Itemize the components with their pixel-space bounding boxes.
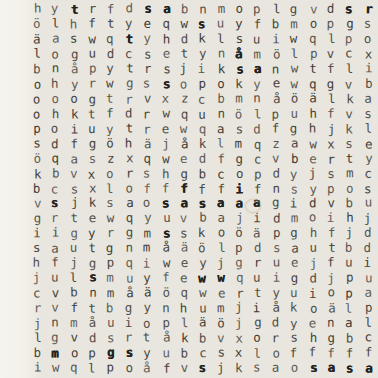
grid-cell: w (102, 212, 120, 227)
grid-cell: u (285, 107, 303, 122)
grid-cell: a (359, 286, 378, 301)
grid-cell: s (230, 32, 249, 47)
grid-cell: g (120, 226, 138, 241)
grid-cell: v (321, 47, 340, 62)
grid-cell: b (266, 17, 285, 32)
grid-cell: s (28, 136, 46, 151)
grid-cell: u (64, 241, 82, 256)
grid-cell: i (28, 360, 47, 375)
grid-cell: d (304, 272, 322, 287)
grid-cell: h (47, 107, 66, 122)
grid-cell: t (120, 61, 139, 76)
grid-cell: a (157, 2, 175, 17)
grid-cell: s (157, 77, 175, 92)
grid-cell: d (119, 106, 138, 121)
grid-cell: o (304, 302, 322, 317)
grid-cell: s (285, 331, 304, 346)
grid-cell: ö (230, 226, 249, 241)
grid-cell: i (65, 122, 84, 137)
grid-cell: g (285, 271, 304, 286)
grid-cell: g (175, 167, 194, 182)
grid-cell: f (321, 256, 339, 271)
grid-cell: t (137, 330, 156, 345)
grid-cell: x (156, 91, 175, 106)
grid-cell: f (65, 301, 83, 316)
grid-cell: t (65, 212, 84, 227)
grid-cell: o (341, 181, 359, 196)
grid-cell: g (266, 196, 284, 211)
grid-cell: o (303, 211, 322, 226)
grid-cell: a (121, 196, 139, 211)
grid-cell: j (322, 122, 341, 137)
grid-cell: w (285, 61, 303, 76)
grid-cell: r (266, 331, 284, 346)
grid-cell: k (193, 226, 211, 241)
grid-cell: q (64, 360, 83, 375)
grid-cell: e (267, 76, 285, 91)
grid-cell: g (83, 136, 101, 151)
grid-cell: y (138, 301, 157, 316)
grid-cell: i (321, 211, 340, 226)
grid-cell: n (194, 3, 212, 18)
grid-cell: s (340, 2, 358, 17)
grid-cell: g (65, 47, 83, 62)
grid-cell: t (120, 32, 139, 47)
grid-cell: b (27, 181, 46, 196)
grid-cell: p (321, 17, 340, 32)
grid-cell: n (321, 316, 339, 331)
grid-cell: s (157, 62, 176, 77)
grid-cell: t (101, 91, 119, 106)
grid-cell: m (285, 17, 303, 32)
grid-cell: p (340, 287, 358, 302)
grid-cell: s (358, 107, 376, 122)
grid-cell: n (84, 286, 103, 301)
grid-cell: z (102, 151, 120, 166)
grid-cell: f (83, 16, 101, 31)
grid-cell: ä (175, 241, 193, 256)
grid-cell: c (340, 46, 359, 61)
grid-cell: s (139, 47, 157, 62)
grid-cell: u (359, 196, 378, 211)
grid-cell: a (322, 361, 341, 376)
grid-cell: å (83, 316, 102, 331)
grid-cell: p (102, 360, 121, 375)
grid-cell: o (230, 2, 248, 17)
grid-cell: g (341, 17, 359, 32)
grid-cell: h (156, 167, 174, 182)
grid-cell: p (28, 121, 46, 136)
word-search-grid: hytrfdsabnmoplgvdsrölhftyeqwsuyfbmopgsäa… (28, 2, 377, 376)
grid-cell: a (65, 152, 84, 167)
grid-cell: e (286, 256, 305, 271)
grid-cell: r (139, 62, 158, 77)
grid-cell: w (157, 106, 175, 121)
grid-cell: y (65, 77, 83, 92)
grid-cell: h (46, 76, 65, 91)
grid-cell: m (102, 286, 120, 301)
grid-cell: l (175, 316, 194, 331)
grid-cell: s (64, 31, 83, 46)
grid-cell: y (138, 346, 157, 361)
grid-cell: ö (157, 286, 176, 301)
grid-cell: r (83, 2, 101, 17)
grid-cell: g (120, 76, 139, 91)
grid-cell: q (175, 286, 193, 301)
grid-cell: b (194, 211, 212, 226)
grid-cell: y (194, 46, 213, 61)
grid-cell: f (340, 346, 359, 361)
grid-cell: y (284, 167, 303, 182)
grid-cell: o (358, 32, 377, 47)
grid-cell: w (285, 77, 303, 92)
grid-cell: u (248, 32, 267, 47)
grid-cell: y (138, 31, 157, 46)
grid-cell: v (175, 361, 194, 376)
grid-cell: d (358, 226, 377, 241)
grid-cell: s (248, 361, 266, 376)
grid-cell: n (248, 91, 267, 106)
grid-cell: l (211, 136, 229, 151)
grid-cell: o (230, 166, 249, 181)
grid-cell: k (212, 62, 231, 77)
grid-cell: o (285, 361, 304, 376)
grid-cell: g (102, 345, 120, 360)
grid-cell: h (157, 32, 175, 47)
grid-cell: s (139, 2, 157, 17)
grid-cell: v (266, 151, 285, 166)
grid-cell: ö (28, 151, 47, 166)
grid-cell: x (120, 151, 139, 166)
grid-cell: ä (303, 91, 322, 106)
grid-cell: v (174, 212, 192, 227)
grid-cell: j (303, 166, 321, 181)
grid-cell: l (249, 107, 268, 122)
grid-cell: f (156, 181, 174, 196)
grid-cell: m (341, 166, 360, 181)
grid-cell: d (194, 151, 212, 166)
grid-cell: f (46, 255, 65, 270)
grid-cell: o (304, 17, 323, 32)
grid-cell: c (211, 167, 230, 182)
grid-cell: n (120, 241, 139, 256)
grid-cell: h (303, 121, 321, 136)
grid-cell: q (157, 17, 175, 32)
grid-cell: a (248, 196, 267, 211)
grid-cell: m (137, 241, 156, 256)
grid-cell: p (248, 2, 267, 17)
grid-cell: o (46, 92, 65, 107)
grid-cell: h (28, 1, 47, 16)
grid-cell: q (46, 151, 65, 166)
grid-cell: y (194, 256, 213, 271)
grid-cell: d (321, 2, 340, 17)
grid-cell: t (175, 46, 194, 61)
grid-cell: u (83, 46, 101, 61)
grid-cell: b (64, 286, 83, 301)
grid-cell: e (175, 256, 194, 271)
grid-cell: a (266, 361, 284, 376)
grid-cell: m (101, 271, 120, 286)
grid-cell: q (138, 151, 156, 166)
grid-cell: t (102, 17, 120, 32)
grid-cell: ö (193, 241, 211, 256)
grid-cell: b (193, 167, 212, 182)
grid-cell: p (193, 77, 211, 92)
grid-cell: k (65, 107, 84, 122)
grid-cell: l (212, 241, 230, 256)
grid-cell: p (267, 226, 285, 241)
grid-cell: t (341, 151, 359, 166)
grid-cell: ö (28, 17, 46, 32)
grid-cell: d (266, 315, 285, 330)
grid-cell: g (83, 92, 101, 107)
grid-cell: r (119, 330, 137, 345)
grid-cell: a (358, 91, 377, 106)
grid-cell: v (340, 77, 358, 92)
grid-cell: ö (267, 47, 285, 62)
grid-cell: h (303, 106, 322, 121)
grid-cell: v (46, 301, 65, 316)
grid-cell: u (211, 16, 230, 31)
grid-cell: l (83, 361, 102, 376)
grid-cell: g (285, 121, 303, 136)
grid-cell: l (359, 121, 378, 136)
grid-cell: ö (229, 107, 247, 122)
grid-cell: c (194, 346, 213, 361)
grid-cell: b (47, 166, 65, 181)
grid-cell: n (47, 61, 65, 76)
grid-cell: å (65, 62, 84, 77)
grid-cell: d (248, 122, 267, 137)
grid-cell: k (340, 122, 359, 137)
grid-cell: s (322, 166, 341, 181)
grid-cell: n (46, 315, 65, 330)
grid-cell: y (46, 2, 65, 17)
grid-cell: w (101, 76, 119, 91)
grid-cell: o (28, 77, 47, 92)
grid-cell: m (229, 136, 248, 151)
grid-cell: p (102, 256, 121, 271)
grid-cell: f (303, 345, 322, 360)
grid-cell: m (212, 2, 231, 17)
grid-cell: w (47, 361, 66, 376)
grid-cell: j (65, 196, 83, 211)
grid-cell: g (46, 331, 65, 346)
grid-cell: s (340, 361, 359, 376)
grid-cell: w (175, 17, 193, 32)
grid-cell: t (120, 121, 139, 136)
grid-cell: f (321, 107, 340, 122)
grid-cell: s (231, 62, 250, 77)
grid-cell: q (249, 137, 268, 152)
grid-cell: u (304, 241, 322, 256)
grid-cell: å (157, 241, 175, 256)
grid-cell: j (230, 300, 249, 315)
grid-cell: e (212, 287, 230, 302)
grid-cell: p (229, 241, 247, 256)
grid-cell: q (303, 32, 321, 47)
grid-cell: o (322, 286, 340, 301)
grid-cell: k (230, 361, 248, 376)
grid-cell: d (120, 1, 138, 16)
grid-cell: e (156, 122, 174, 137)
grid-cell: o (120, 361, 139, 376)
grid-cell: g (285, 226, 304, 241)
grid-cell: p (341, 271, 359, 286)
grid-cell: ö (211, 316, 230, 331)
grid-cell: å (229, 47, 248, 62)
grid-cell: s (101, 196, 120, 211)
grid-cell: a (47, 31, 66, 46)
grid-cell: b (340, 332, 359, 347)
grid-cell: o (248, 331, 267, 346)
grid-cell: f (212, 152, 231, 167)
grid-cell: y (139, 211, 158, 226)
grid-cell: y (230, 17, 249, 32)
grid-cell: g (230, 256, 249, 271)
grid-cell: v (65, 331, 84, 346)
grid-cell: u (193, 107, 211, 122)
grid-cell: m (211, 301, 229, 316)
grid-cell: j (340, 226, 358, 241)
grid-cell: y (359, 151, 377, 166)
grid-cell: f (101, 106, 120, 121)
grid-cell: l (323, 32, 342, 47)
grid-cell: a (211, 122, 230, 137)
grid-cell: j (156, 137, 175, 152)
grid-cell: r (83, 76, 101, 91)
grid-cell: å (157, 331, 176, 346)
grid-cell: y (101, 61, 119, 76)
grid-cell: x (229, 346, 248, 361)
grid-cell: i (359, 61, 378, 76)
grid-cell: l (341, 62, 359, 77)
grid-cell: g (321, 77, 340, 92)
grid-cell: k (341, 92, 360, 107)
grid-cell: q (120, 256, 139, 271)
grid-cell: m (230, 91, 248, 106)
grid-cell: c (358, 166, 377, 181)
grid-cell: h (174, 301, 193, 316)
grid-cell: c (249, 152, 268, 167)
grid-cell: k (285, 301, 304, 316)
grid-cell: w (174, 122, 192, 137)
grid-cell: w (303, 137, 322, 152)
grid-cell: å (267, 92, 286, 107)
grid-cell: o (65, 91, 84, 106)
grid-cell: s (84, 151, 102, 166)
grid-cell: r (102, 226, 121, 241)
grid-cell: c (359, 330, 377, 345)
grid-cell: i (47, 226, 66, 241)
grid-cell: ä (139, 286, 158, 301)
grid-cell: s (120, 346, 138, 361)
grid-cell: u (102, 316, 121, 331)
grid-cell: g (322, 331, 341, 346)
grid-cell: e (174, 151, 193, 166)
grid-cell: f (266, 121, 284, 136)
grid-cell: a (340, 316, 359, 331)
grid-cell: k (83, 196, 102, 211)
grid-cell: s (138, 76, 156, 91)
grid-cell: u (157, 346, 175, 361)
grid-cell: r (28, 301, 46, 316)
grid-cell: u (83, 122, 102, 137)
grid-cell: i (192, 61, 211, 76)
grid-cell: a (359, 362, 378, 377)
grid-cell: v (139, 91, 158, 106)
grid-cell: o (120, 181, 139, 196)
grid-cell: y (119, 16, 138, 31)
grid-cell: f (175, 181, 194, 196)
grid-cell: n (212, 106, 231, 121)
grid-cell: w (156, 152, 175, 167)
grid-cell: w (194, 286, 213, 301)
grid-cell: c (193, 92, 211, 107)
grid-cell: l (29, 331, 48, 346)
grid-cell: d (267, 166, 286, 181)
grid-cell: t (303, 61, 322, 76)
grid-cell: h (341, 211, 360, 226)
grid-cell: l (47, 16, 65, 31)
grid-cell: u (248, 271, 266, 286)
grid-cell: i (358, 256, 377, 271)
grid-cell: p (321, 181, 339, 196)
grid-cell: g (249, 315, 268, 330)
grid-cell: l (267, 2, 285, 17)
grid-cell: i (303, 287, 321, 302)
grid-cell: x (84, 181, 103, 196)
grid-cell: b (286, 151, 304, 166)
grid-cell: l (28, 46, 47, 61)
grid-cell: r (138, 122, 157, 137)
grid-cell: i (267, 271, 286, 286)
grid-cell: å (138, 361, 157, 376)
grid-cell: i (248, 212, 266, 227)
grid-cell: k (175, 331, 194, 346)
grid-cell: b (211, 91, 230, 106)
grid-cell: w (211, 271, 229, 286)
grid-cell: r (120, 166, 138, 181)
grid-cell: k (193, 136, 211, 151)
grid-cell: ö (101, 136, 119, 151)
grid-cell: s (84, 270, 103, 285)
grid-cell: v (340, 107, 359, 122)
grid-cell: z (175, 91, 194, 106)
grid-cell: j (174, 61, 193, 76)
grid-cell: f (359, 346, 377, 361)
grid-cell: ä (194, 315, 213, 330)
grid-cell: t (65, 3, 83, 18)
grid-cell: s (358, 17, 376, 32)
grid-cell: s (304, 361, 323, 376)
grid-cell: ö (286, 91, 305, 106)
grid-cell: g (285, 2, 303, 17)
grid-cell: p (84, 61, 102, 76)
grid-cell: t (249, 286, 268, 301)
grid-cell: p (83, 346, 102, 361)
grid-cell: x (322, 137, 341, 152)
grid-cell: t (83, 107, 101, 122)
grid-cell: a (285, 136, 304, 151)
grid-cell: s (340, 136, 358, 151)
grid-cell: j (65, 256, 83, 271)
grid-cell: j (230, 316, 248, 331)
grid-cell: i (267, 32, 285, 47)
grid-cell: l (322, 92, 340, 107)
grid-cell: v (64, 166, 83, 181)
